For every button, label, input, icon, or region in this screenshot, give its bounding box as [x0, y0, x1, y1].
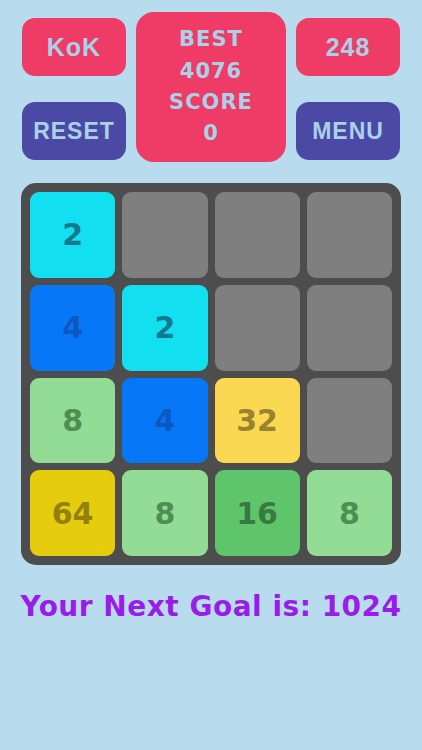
score-label: SCORE	[169, 89, 253, 116]
tile-r3c4	[307, 378, 392, 464]
tile-r3c2: 4	[122, 378, 207, 464]
reset-button[interactable]: RESET	[22, 102, 126, 160]
next-goal-text: Your Next Goal is: 1024	[0, 590, 422, 623]
tile-r1c1: 2	[30, 192, 115, 278]
score-panel: BEST 4076 SCORE 0	[136, 12, 286, 162]
tile-r4c1: 64	[30, 470, 115, 556]
tile-r4c3: 16	[215, 470, 300, 556]
score-value: 0	[203, 120, 219, 147]
tile-r3c3: 32	[215, 378, 300, 464]
tile-r2c2: 2	[122, 285, 207, 371]
best-value: 4076	[180, 58, 242, 85]
level-248-button[interactable]: 248	[296, 18, 400, 76]
tile-r3c1: 8	[30, 378, 115, 464]
tile-r4c2: 8	[122, 470, 207, 556]
tile-r1c2	[122, 192, 207, 278]
best-label: BEST	[179, 26, 243, 53]
2048-game-screen: KoK BEST 4076 SCORE 0 248 RESET MENU 2 4…	[0, 0, 422, 750]
kok-button[interactable]: KoK	[22, 18, 126, 76]
menu-button[interactable]: MENU	[296, 102, 400, 160]
tile-r1c3	[215, 192, 300, 278]
game-board[interactable]: 2 4 2 8 4 32 64 8 16 8	[21, 183, 401, 565]
tile-r2c3	[215, 285, 300, 371]
tile-r2c1: 4	[30, 285, 115, 371]
tile-r4c4: 8	[307, 470, 392, 556]
tile-r1c4	[307, 192, 392, 278]
tile-r2c4	[307, 285, 392, 371]
